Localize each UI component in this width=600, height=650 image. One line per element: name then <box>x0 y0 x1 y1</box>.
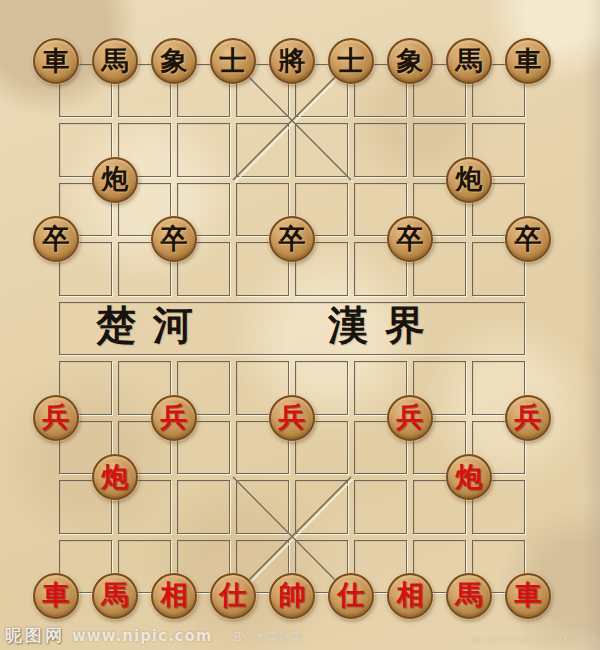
piece-red-soldier[interactable]: 兵 <box>269 395 315 441</box>
river: 楚河漢界 <box>59 302 525 355</box>
board-cell <box>354 123 407 176</box>
piece-character: 炮 <box>456 165 483 192</box>
piece-character: 馬 <box>102 581 129 608</box>
piece-red-soldier[interactable]: 兵 <box>33 395 79 441</box>
piece-black-soldier[interactable]: 卒 <box>33 216 79 262</box>
piece-character: 兵 <box>43 403 70 430</box>
board-river-left-label: 楚河 <box>96 299 210 354</box>
piece-red-chariot[interactable]: 車 <box>33 573 79 619</box>
piece-black-elephant[interactable]: 象 <box>387 38 433 84</box>
piece-black-soldier[interactable]: 卒 <box>505 216 551 262</box>
piece-character: 象 <box>161 47 188 74</box>
piece-character: 馬 <box>102 47 129 74</box>
nipic-logo: 昵图网 <box>5 624 65 647</box>
piece-red-soldier[interactable]: 兵 <box>151 395 197 441</box>
piece-black-chariot[interactable]: 車 <box>33 38 79 84</box>
piece-character: 炮 <box>102 463 129 490</box>
piece-character: 相 <box>161 581 188 608</box>
piece-black-advisor[interactable]: 士 <box>328 38 374 84</box>
watermark-left: 昵图网 www.nipic.com BY: 木星球星 <box>5 624 303 647</box>
piece-character: 馬 <box>456 47 483 74</box>
piece-red-horse[interactable]: 馬 <box>446 573 492 619</box>
piece-character: 士 <box>220 47 247 74</box>
piece-red-chariot[interactable]: 車 <box>505 573 551 619</box>
board-cell <box>177 480 230 533</box>
piece-character: 帥 <box>279 581 306 608</box>
piece-character: 車 <box>43 581 70 608</box>
piece-character: 卒 <box>279 225 306 252</box>
xiangqi-board-photo: 楚河漢界 車馬象士將士象馬車炮炮卒卒卒卒卒兵兵兵兵兵炮炮車馬相仕帥仕相馬車 昵图… <box>0 0 600 650</box>
piece-black-soldier[interactable]: 卒 <box>151 216 197 262</box>
piece-red-advisor[interactable]: 仕 <box>210 573 256 619</box>
piece-red-horse[interactable]: 馬 <box>92 573 138 619</box>
piece-black-general[interactable]: 將 <box>269 38 315 84</box>
piece-black-soldier[interactable]: 卒 <box>387 216 433 262</box>
board-cell <box>177 123 230 176</box>
piece-character: 兵 <box>279 403 306 430</box>
watermark-bar: 昵图网 www.nipic.com BY: 木星球星 NO:2011111911… <box>0 620 600 650</box>
piece-character: 相 <box>397 581 424 608</box>
piece-black-cannon[interactable]: 炮 <box>92 157 138 203</box>
piece-red-soldier[interactable]: 兵 <box>505 395 551 441</box>
piece-character: 車 <box>515 47 542 74</box>
piece-red-general[interactable]: 帥 <box>269 573 315 619</box>
piece-black-horse[interactable]: 馬 <box>92 38 138 84</box>
board-river-right-label: 漢界 <box>328 299 442 354</box>
piece-character: 兵 <box>515 403 542 430</box>
piece-character: 卒 <box>397 225 424 252</box>
piece-character: 卒 <box>515 225 542 252</box>
nipic-url: www.nipic.com <box>72 627 212 645</box>
watermark-author: BY: 木星球星 <box>233 629 302 646</box>
piece-character: 車 <box>515 581 542 608</box>
piece-character: 仕 <box>220 581 247 608</box>
piece-black-chariot[interactable]: 車 <box>505 38 551 84</box>
piece-black-soldier[interactable]: 卒 <box>269 216 315 262</box>
piece-red-elephant[interactable]: 相 <box>387 573 433 619</box>
piece-red-cannon[interactable]: 炮 <box>92 454 138 500</box>
piece-character: 馬 <box>456 581 483 608</box>
board-cell <box>354 480 407 533</box>
piece-black-advisor[interactable]: 士 <box>210 38 256 84</box>
piece-character: 士 <box>338 47 365 74</box>
piece-character: 兵 <box>161 403 188 430</box>
piece-red-advisor[interactable]: 仕 <box>328 573 374 619</box>
piece-red-soldier[interactable]: 兵 <box>387 395 433 441</box>
piece-red-cannon[interactable]: 炮 <box>446 454 492 500</box>
piece-character: 炮 <box>456 463 483 490</box>
piece-character: 仕 <box>338 581 365 608</box>
piece-character: 兵 <box>397 403 424 430</box>
piece-red-elephant[interactable]: 相 <box>151 573 197 619</box>
piece-character: 炮 <box>102 165 129 192</box>
piece-black-cannon[interactable]: 炮 <box>446 157 492 203</box>
piece-character: 卒 <box>43 225 70 252</box>
piece-character: 車 <box>43 47 70 74</box>
piece-black-elephant[interactable]: 象 <box>151 38 197 84</box>
piece-character: 卒 <box>161 225 188 252</box>
piece-character: 將 <box>279 47 306 74</box>
piece-black-horse[interactable]: 馬 <box>446 38 492 84</box>
piece-character: 象 <box>397 47 424 74</box>
watermark-serial: NO:20111119112954803000 <box>470 635 595 645</box>
